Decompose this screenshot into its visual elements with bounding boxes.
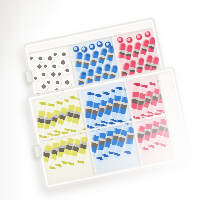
- solder-connector-red: [135, 34, 142, 41]
- solder-connector-white: [61, 51, 69, 59]
- solder-connector-red: [126, 37, 133, 44]
- photo-scene: [0, 0, 200, 200]
- solder-connector-white: [46, 79, 53, 86]
- solder-connector-white: [64, 67, 72, 75]
- solder-connector-blue: [96, 41, 103, 48]
- solder-connector-white: [40, 71, 48, 79]
- solder-connector-white: [43, 63, 50, 70]
- solder-connector-red: [116, 36, 123, 43]
- solder-connector-blue: [72, 46, 79, 53]
- solder-connector-white: [52, 51, 59, 58]
- solder-connector-white: [37, 55, 45, 63]
- solder-connector-blue: [104, 41, 111, 48]
- solder-connector-red: [144, 31, 151, 38]
- solder-connector-blue: [81, 46, 88, 53]
- solder-connector-white: [54, 79, 62, 87]
- solder-connector-white: [51, 63, 59, 71]
- solder-connector-white: [29, 55, 36, 62]
- solder-connector-white: [33, 75, 40, 82]
- solder-connector-white: [57, 71, 64, 78]
- solder-connector-blue: [88, 43, 95, 50]
